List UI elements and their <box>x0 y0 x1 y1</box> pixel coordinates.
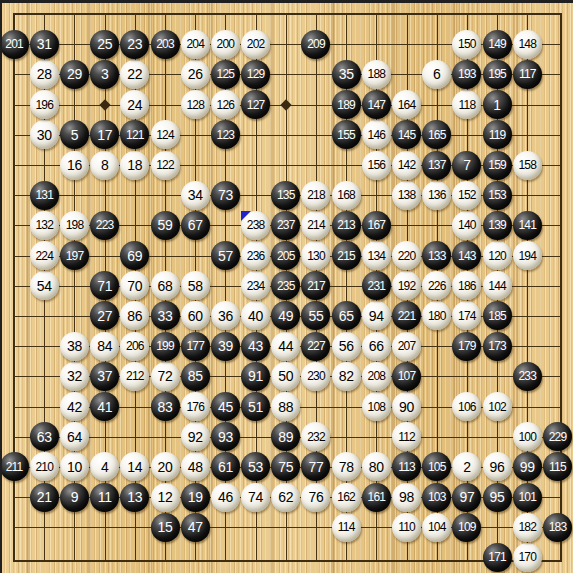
stone-number: 77 <box>308 459 323 475</box>
stone-188: 188 <box>362 60 391 89</box>
stone-58: 58 <box>181 271 210 300</box>
stone-173: 173 <box>483 332 512 361</box>
stone-number: 217 <box>307 279 325 293</box>
stone-number: 43 <box>248 338 263 354</box>
stone-48: 48 <box>181 452 210 481</box>
stone-177: 177 <box>181 332 210 361</box>
stone-number: 202 <box>247 37 265 51</box>
stone-107: 107 <box>392 362 421 391</box>
stone-number: 135 <box>277 188 295 202</box>
stone-155: 155 <box>332 120 361 149</box>
stone-147: 147 <box>362 90 391 119</box>
stone-number: 96 <box>490 459 505 475</box>
stone-168: 168 <box>332 181 361 210</box>
stone-89: 89 <box>271 422 300 451</box>
stone-number: 134 <box>368 249 386 263</box>
stone-number: 26 <box>188 66 203 82</box>
board-grid[interactable]: 1234567891011121314151617181920212223242… <box>0 0 573 573</box>
stone-13: 13 <box>120 483 149 512</box>
stone-number: 61 <box>218 459 233 475</box>
stone-number: 176 <box>186 400 204 414</box>
stone-104: 104 <box>422 513 451 542</box>
stone-number: 22 <box>127 66 142 82</box>
stone-number: 8 <box>101 157 109 173</box>
stone-number: 94 <box>369 308 384 324</box>
stone-41: 41 <box>90 392 119 421</box>
stone-number: 39 <box>218 338 233 354</box>
stone-number: 226 <box>428 279 446 293</box>
stone-number: 49 <box>278 308 293 324</box>
stone-63: 63 <box>30 422 59 451</box>
stone-number: 156 <box>368 158 386 172</box>
stone-number: 38 <box>67 338 82 354</box>
stone-234: 234 <box>241 271 270 300</box>
stone-207: 207 <box>392 332 421 361</box>
stone-25: 25 <box>90 30 119 59</box>
stone-number: 101 <box>518 490 536 504</box>
stone-45: 45 <box>211 392 240 421</box>
stone-number: 188 <box>368 67 386 81</box>
stone-number: 233 <box>518 369 536 383</box>
stone-67: 67 <box>181 211 210 240</box>
stone-number: 136 <box>428 188 446 202</box>
stone-95: 95 <box>483 483 512 512</box>
stone-57: 57 <box>211 241 240 270</box>
stone-153: 153 <box>483 181 512 210</box>
stone-59: 59 <box>151 211 180 240</box>
stone-18: 18 <box>120 151 149 180</box>
stone-142: 142 <box>392 151 421 180</box>
stone-56: 56 <box>332 332 361 361</box>
stone-61: 61 <box>211 452 240 481</box>
stone-146: 146 <box>362 120 391 149</box>
stone-26: 26 <box>181 60 210 89</box>
stone-number: 205 <box>277 249 295 263</box>
stone-134: 134 <box>362 241 391 270</box>
stone-number: 74 <box>248 489 263 505</box>
stone-122: 122 <box>151 151 180 180</box>
stone-number: 47 <box>188 519 203 535</box>
stone-193: 193 <box>452 60 481 89</box>
stone-number: 126 <box>217 98 235 112</box>
stone-number: 72 <box>158 368 173 384</box>
stone-180: 180 <box>422 301 451 330</box>
stone-number: 63 <box>37 429 52 445</box>
stone-20: 20 <box>151 452 180 481</box>
stone-101: 101 <box>513 483 542 512</box>
stone-73: 73 <box>211 181 240 210</box>
stone-number: 214 <box>307 218 325 232</box>
stone-23: 23 <box>120 30 149 59</box>
stone-number: 27 <box>97 308 112 324</box>
stone-number: 80 <box>369 459 384 475</box>
stone-number: 100 <box>518 430 536 444</box>
stone-8: 8 <box>90 151 119 180</box>
stone-number: 141 <box>518 218 536 232</box>
stone-number: 68 <box>158 278 173 294</box>
stone-number: 4 <box>101 459 109 475</box>
stone-137: 137 <box>422 151 451 180</box>
stone-118: 118 <box>452 90 481 119</box>
stone-165: 165 <box>422 120 451 149</box>
stone-number: 24 <box>127 97 142 113</box>
stone-number: 25 <box>97 36 112 52</box>
stone-number: 168 <box>337 188 355 202</box>
stone-number: 147 <box>368 98 386 112</box>
stone-71: 71 <box>90 271 119 300</box>
stone-number: 182 <box>518 520 536 534</box>
stone-129: 129 <box>241 60 270 89</box>
stone-2: 2 <box>452 452 481 481</box>
stone-11: 11 <box>90 483 119 512</box>
stone-140: 140 <box>452 211 481 240</box>
stone-17: 17 <box>90 120 119 149</box>
stone-number: 58 <box>188 278 203 294</box>
stone-97: 97 <box>452 483 481 512</box>
stone-198: 198 <box>60 211 89 240</box>
stone-number: 123 <box>217 128 235 142</box>
stone-number: 131 <box>35 188 53 202</box>
stone-number: 69 <box>127 248 142 264</box>
stone-226: 226 <box>422 271 451 300</box>
stone-number: 56 <box>339 338 354 354</box>
stone-182: 182 <box>513 513 542 542</box>
stone-135: 135 <box>271 181 300 210</box>
stone-143: 143 <box>452 241 481 270</box>
stone-86: 86 <box>120 301 149 330</box>
stone-12: 12 <box>151 483 180 512</box>
stone-47: 47 <box>181 513 210 542</box>
stone-number: 203 <box>156 37 174 51</box>
stone-number: 192 <box>398 279 416 293</box>
stone-number: 145 <box>398 128 416 142</box>
stone-number: 108 <box>368 400 386 414</box>
stone-number: 153 <box>488 188 506 202</box>
stone-number: 155 <box>337 128 355 142</box>
stone-number: 60 <box>188 308 203 324</box>
stone-number: 112 <box>398 430 415 444</box>
stone-number: 16 <box>67 157 82 173</box>
stone-124: 124 <box>151 120 180 149</box>
stone-54: 54 <box>30 271 59 300</box>
stone-number: 237 <box>277 218 295 232</box>
stone-number: 6 <box>433 66 441 82</box>
stone-number: 215 <box>337 249 355 263</box>
stone-number: 128 <box>186 98 204 112</box>
stone-number: 65 <box>339 308 354 324</box>
stone-number: 120 <box>488 249 506 263</box>
stone-number: 70 <box>127 278 142 294</box>
stone-number: 73 <box>218 187 233 203</box>
stone-220: 220 <box>392 241 421 270</box>
stone-55: 55 <box>301 301 330 330</box>
stone-number: 44 <box>278 338 293 354</box>
stone-number: 2 <box>463 459 471 475</box>
stone-number: 105 <box>428 460 446 474</box>
stone-174: 174 <box>452 301 481 330</box>
stone-217: 217 <box>301 271 330 300</box>
stone-36: 36 <box>211 301 240 330</box>
stone-number: 64 <box>67 429 82 445</box>
stone-85: 85 <box>181 362 210 391</box>
stone-66: 66 <box>362 332 391 361</box>
stone-number: 11 <box>98 489 112 505</box>
stone-number: 99 <box>520 459 535 475</box>
stone-number: 196 <box>35 98 53 112</box>
stone-number: 210 <box>35 460 53 474</box>
stone-number: 29 <box>67 66 82 82</box>
stone-145: 145 <box>392 120 421 149</box>
stone-number: 185 <box>488 309 506 323</box>
stone-199: 199 <box>151 332 180 361</box>
stone-number: 148 <box>518 37 536 51</box>
stone-number: 17 <box>97 127 112 143</box>
stone-number: 212 <box>126 369 144 383</box>
stone-number: 213 <box>337 218 355 232</box>
stone-number: 7 <box>463 157 471 173</box>
stone-number: 82 <box>339 368 354 384</box>
stone-number: 113 <box>398 460 415 474</box>
stone-number: 23 <box>127 36 142 52</box>
stone-29: 29 <box>60 60 89 89</box>
stone-170: 170 <box>513 543 542 572</box>
stone-76: 76 <box>301 483 330 512</box>
stone-127: 127 <box>241 90 270 119</box>
stone-205: 205 <box>271 241 300 270</box>
stone-number: 114 <box>338 520 355 534</box>
stone-number: 218 <box>307 188 325 202</box>
stone-number: 54 <box>37 278 52 294</box>
stone-117: 117 <box>513 60 542 89</box>
stone-131: 131 <box>30 181 59 210</box>
stone-number: 199 <box>156 339 174 353</box>
stone-number: 204 <box>186 37 204 51</box>
stone-number: 106 <box>458 400 476 414</box>
stone-60: 60 <box>181 301 210 330</box>
stone-196: 196 <box>30 90 59 119</box>
stone-number: 33 <box>158 308 173 324</box>
stone-number: 142 <box>398 158 416 172</box>
stone-35: 35 <box>332 60 361 89</box>
stone-126: 126 <box>211 90 240 119</box>
stone-130: 130 <box>301 241 330 270</box>
stone-number: 121 <box>126 128 144 142</box>
stone-158: 158 <box>513 151 542 180</box>
stone-number: 161 <box>368 490 386 504</box>
go-board[interactable]: 1234567891011121314151617181920212223242… <box>0 0 573 573</box>
stone-number: 98 <box>399 489 414 505</box>
stone-number: 177 <box>186 339 204 353</box>
stone-37: 37 <box>90 362 119 391</box>
stone-number: 130 <box>307 249 325 263</box>
stone-number: 76 <box>308 489 323 505</box>
stone-number: 140 <box>458 218 476 232</box>
stone-72: 72 <box>151 362 180 391</box>
stone-number: 90 <box>399 399 414 415</box>
stone-152: 152 <box>452 181 481 210</box>
stone-number: 231 <box>368 279 386 293</box>
stone-162: 162 <box>332 483 361 512</box>
stone-141: 141 <box>513 211 542 240</box>
stone-105: 105 <box>422 452 451 481</box>
stone-206: 206 <box>120 332 149 361</box>
stone-15: 15 <box>151 513 180 542</box>
stone-202: 202 <box>241 30 270 59</box>
stone-210: 210 <box>30 452 59 481</box>
stone-number: 124 <box>156 128 174 142</box>
stone-125: 125 <box>211 60 240 89</box>
stone-215: 215 <box>332 241 361 270</box>
stone-number: 55 <box>308 308 323 324</box>
stone-number: 146 <box>368 128 386 142</box>
stone-number: 221 <box>398 309 416 323</box>
stone-number: 83 <box>158 399 173 415</box>
stone-number: 115 <box>549 460 566 474</box>
stone-number: 162 <box>337 490 355 504</box>
stone-201: 201 <box>0 30 29 59</box>
stone-number: 107 <box>398 369 416 383</box>
stone-number: 159 <box>488 158 506 172</box>
stone-number: 180 <box>428 309 446 323</box>
stone-number: 206 <box>126 339 144 353</box>
stone-237: 237 <box>271 211 300 240</box>
stone-167: 167 <box>362 211 391 240</box>
stone-number: 223 <box>96 218 114 232</box>
stone-number: 119 <box>489 128 506 142</box>
stone-number: 35 <box>339 66 354 82</box>
stone-number: 137 <box>428 158 446 172</box>
stone-number: 118 <box>459 98 476 112</box>
stone-number: 139 <box>488 218 506 232</box>
stone-number: 37 <box>97 368 112 384</box>
stone-number: 19 <box>188 489 203 505</box>
stone-number: 183 <box>549 520 567 534</box>
stone-189: 189 <box>332 90 361 119</box>
stone-number: 127 <box>247 98 265 112</box>
stone-136: 136 <box>422 181 451 210</box>
stone-number: 132 <box>35 218 53 232</box>
stone-236: 236 <box>241 241 270 270</box>
stone-number: 102 <box>488 400 506 414</box>
stone-7: 7 <box>452 151 481 180</box>
stone-78: 78 <box>332 452 361 481</box>
stone-number: 220 <box>398 249 416 263</box>
stone-43: 43 <box>241 332 270 361</box>
stone-number: 41 <box>97 399 112 415</box>
stone-number: 31 <box>37 36 52 52</box>
stone-number: 208 <box>368 369 386 383</box>
stone-number: 103 <box>428 490 446 504</box>
stone-235: 235 <box>271 271 300 300</box>
stone-49: 49 <box>271 301 300 330</box>
stone-14: 14 <box>120 452 149 481</box>
stone-74: 74 <box>241 483 270 512</box>
stone-number: 104 <box>428 520 446 534</box>
stone-96: 96 <box>483 452 512 481</box>
window-edge-top <box>0 0 573 3</box>
stone-9: 9 <box>60 483 89 512</box>
stone-229: 229 <box>543 422 572 451</box>
stone-100: 100 <box>513 422 542 451</box>
stone-number: 50 <box>278 368 293 384</box>
stone-number: 36 <box>218 308 233 324</box>
stone-number: 10 <box>67 459 82 475</box>
stone-185: 185 <box>483 301 512 330</box>
stone-84: 84 <box>90 332 119 361</box>
stone-214: 214 <box>301 211 330 240</box>
stone-65: 65 <box>332 301 361 330</box>
stone-203: 203 <box>151 30 180 59</box>
stone-53: 53 <box>241 452 270 481</box>
stone-227: 227 <box>301 332 330 361</box>
stone-number: 125 <box>217 67 235 81</box>
star-point <box>280 99 291 110</box>
stone-number: 30 <box>37 127 52 143</box>
stone-164: 164 <box>392 90 421 119</box>
stone-number: 15 <box>158 519 173 535</box>
stone-number: 67 <box>188 217 203 233</box>
stone-number: 3 <box>101 66 109 82</box>
stone-number: 195 <box>488 67 506 81</box>
stone-103: 103 <box>422 483 451 512</box>
stone-number: 109 <box>458 520 476 534</box>
stone-number: 143 <box>458 249 476 263</box>
stone-108: 108 <box>362 392 391 421</box>
stone-28: 28 <box>30 60 59 89</box>
stone-number: 179 <box>458 339 476 353</box>
stone-32: 32 <box>60 362 89 391</box>
stone-number: 21 <box>37 489 52 505</box>
stone-42: 42 <box>60 392 89 421</box>
stone-212: 212 <box>120 362 149 391</box>
stone-128: 128 <box>181 90 210 119</box>
stone-194: 194 <box>513 241 542 270</box>
stone-number: 110 <box>398 520 415 534</box>
stone-number: 66 <box>369 338 384 354</box>
stone-5: 5 <box>60 120 89 149</box>
stone-46: 46 <box>211 483 240 512</box>
stone-232: 232 <box>301 422 330 451</box>
stone-6: 6 <box>422 60 451 89</box>
stone-number: 57 <box>218 248 233 264</box>
stone-number: 92 <box>188 429 203 445</box>
stone-197: 197 <box>60 241 89 270</box>
stone-19: 19 <box>181 483 210 512</box>
stone-number: 173 <box>488 339 506 353</box>
stone-number: 93 <box>218 429 233 445</box>
stone-number: 158 <box>518 158 536 172</box>
stone-number: 46 <box>218 489 233 505</box>
stone-number: 85 <box>188 368 203 384</box>
stone-192: 192 <box>392 271 421 300</box>
stone-number: 197 <box>66 249 84 263</box>
stone-231: 231 <box>362 271 391 300</box>
stone-68: 68 <box>151 271 180 300</box>
go-kifu-viewer: 1234567891011121314151617181920212223242… <box>0 0 573 573</box>
stone-40: 40 <box>241 301 270 330</box>
stone-number: 75 <box>278 459 293 475</box>
stone-number: 230 <box>307 369 325 383</box>
stone-number: 164 <box>398 98 416 112</box>
stone-number: 97 <box>459 489 474 505</box>
stone-number: 234 <box>247 279 265 293</box>
stone-109: 109 <box>452 513 481 542</box>
stone-number: 211 <box>6 460 23 474</box>
stone-number: 138 <box>398 188 416 202</box>
stone-70: 70 <box>120 271 149 300</box>
stone-number: 117 <box>519 67 536 81</box>
stone-number: 89 <box>278 429 293 445</box>
